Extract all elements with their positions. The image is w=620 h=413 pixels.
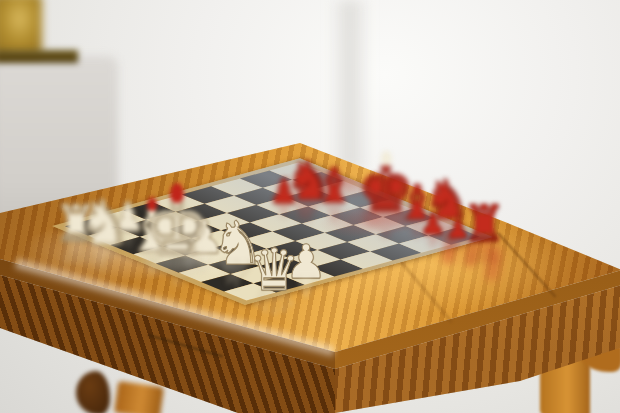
piece-reflection: ♜ (54, 239, 99, 268)
piece-reflection: ♞ (285, 196, 333, 227)
white-bishop: ♝♝ (126, 202, 178, 260)
finial-tip (381, 151, 392, 166)
piece-reflection: ♟ (183, 251, 224, 278)
finial-tip (170, 183, 184, 203)
white-knight-glyph: ♞ (76, 192, 132, 254)
piece-reflection: ♚ (143, 251, 211, 295)
piece-reflection: ♝ (312, 199, 355, 227)
white-bishop-glyph: ♝ (126, 202, 178, 260)
piece-reflection: ♜ (462, 239, 507, 268)
red-pawn: ♟♟ (269, 174, 299, 208)
piece-reflection: ♞ (423, 215, 471, 246)
piece-reflection: ♝ (126, 248, 178, 282)
piece-reflection: ♛ (248, 287, 300, 321)
piece-reflection: ♚ (357, 207, 414, 244)
piece-reflection: ♞ (76, 241, 132, 277)
red-knight: ♞♞ (423, 173, 471, 227)
red-king-glyph: ♚ (357, 157, 414, 221)
pieces-layer: ♜♜♞♞♟♟♝♝♚♚♟♟♞♞♛♛♟♟♟♟♞♞♝♝♚♚♝♝♟♟♞♞♟♟♜♜ (0, 0, 620, 413)
white-rook-glyph: ♜ (54, 199, 99, 249)
white-pawn-glyph: ♟ (183, 214, 224, 260)
red-rook: ♜♜ (462, 199, 507, 249)
red-pawn-glyph: ♟ (420, 209, 447, 239)
red-king: ♚♚ (357, 157, 414, 221)
piece-reflection: ♝ (395, 216, 438, 244)
red-knight-glyph: ♞ (423, 173, 471, 227)
white-knight: ♞♞ (211, 213, 265, 273)
piece-reflection: ♟ (445, 237, 470, 253)
white-pawn-glyph: ♟ (285, 238, 327, 285)
white-king-glyph: ♚ (143, 191, 211, 267)
piece-reflection: ♞ (211, 260, 265, 295)
red-rook-glyph: ♜ (462, 199, 507, 249)
red-bishop: ♝♝ (395, 178, 438, 226)
white-pawn: ♟♟ (285, 238, 327, 285)
white-rook: ♜♜ (54, 199, 99, 249)
red-pawn-glyph: ♟ (269, 174, 299, 208)
white-queen-glyph: ♛ (248, 241, 300, 299)
white-pawn: ♟♟ (110, 197, 146, 237)
white-knight: ♞♞ (76, 192, 132, 254)
red-bishop-glyph: ♝ (312, 161, 355, 209)
white-knight-glyph: ♞ (211, 213, 265, 273)
piece-reflection: ♟ (110, 229, 146, 252)
red-pawn: ♟♟ (420, 209, 447, 239)
red-knight-glyph: ♞ (285, 154, 333, 208)
white-king: ♚♚ (143, 191, 211, 267)
white-pawn: ♟♟ (183, 214, 224, 260)
piece-reflection: ♟ (269, 201, 299, 221)
piece-reflection: ♟ (285, 276, 327, 303)
photo-chess-table-scene: ♜♜♞♞♟♟♝♝♚♚♟♟♞♞♛♛♟♟♟♟♞♞♝♝♚♚♝♝♟♟♞♞♟♟♜♜ (0, 0, 620, 413)
red-bishop-glyph: ♝ (395, 178, 438, 226)
white-queen: ♛♛ (248, 241, 300, 299)
red-pawn-glyph: ♟ (445, 215, 470, 243)
red-bishop: ♝♝ (312, 161, 355, 209)
white-pawn-glyph: ♟ (110, 197, 146, 237)
red-pawn: ♟♟ (445, 215, 470, 243)
red-knight: ♞♞ (285, 154, 333, 208)
piece-reflection: ♟ (420, 233, 447, 250)
finial-tip (147, 197, 157, 211)
